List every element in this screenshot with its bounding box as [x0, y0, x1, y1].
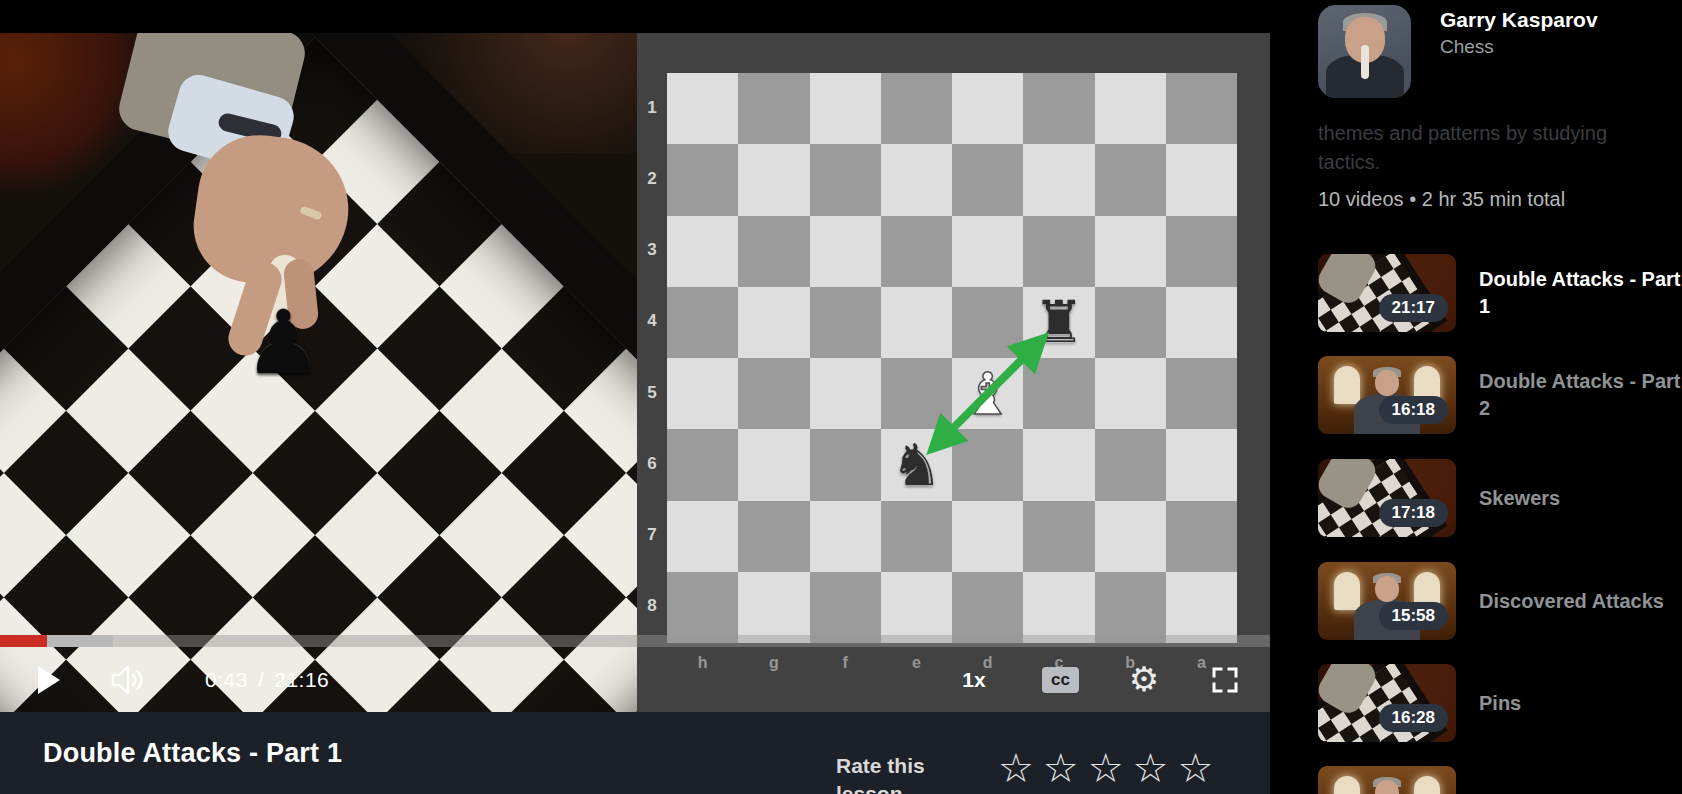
volume-button[interactable]	[106, 647, 150, 712]
video-item-title[interactable]: Discovered Attacks	[1479, 588, 1682, 615]
photo-black-pawn: ♟	[244, 291, 323, 394]
pieces-layer: ♝♜♞	[667, 73, 1237, 643]
video-thumbnail[interactable]: 16:28	[1318, 664, 1456, 742]
chess-diagram-panel: 12345678 hgfedcba ♝♜♞	[637, 33, 1270, 712]
video-thumbnail[interactable]: 16:18	[1318, 356, 1456, 434]
rank-label-7: 7	[637, 525, 667, 545]
rate-this-label: Rate this lesson	[836, 752, 956, 794]
progress-bar[interactable]	[0, 635, 1270, 647]
video-item-title[interactable]: Pins	[1479, 690, 1682, 717]
time-display: 0:43 / 21:16	[205, 647, 329, 712]
video-player[interactable]: ♟ 12345678 hgfedcba ♝♜♞	[0, 0, 1270, 712]
rank-label-1: 1	[637, 98, 667, 118]
video-thumbnail[interactable]: 21:17	[1318, 254, 1456, 332]
duration-badge: 21:17	[1379, 294, 1448, 322]
thumb-figure-face	[1375, 576, 1399, 602]
rating-star-2[interactable]: ☆	[1043, 746, 1079, 790]
video-item-title[interactable]: Skewers	[1479, 485, 1682, 512]
control-bar: 0:43 / 21:16 1x cc ⚙	[0, 647, 1270, 712]
thumb-window	[1414, 776, 1440, 794]
course-description: themes and patterns by studying tactics.	[1318, 119, 1607, 177]
avatar-chess-piece	[1361, 45, 1369, 79]
total-duration: 21:16	[274, 668, 329, 692]
rating-star-4[interactable]: ☆	[1133, 746, 1169, 790]
rank-label-4: 4	[637, 311, 667, 331]
rating-stars[interactable]: ☆☆☆☆☆	[998, 746, 1213, 790]
duration-badge: 16:28	[1379, 704, 1448, 732]
video-studio-photo: ♟	[0, 33, 637, 712]
duration-badge: 15:58	[1379, 602, 1448, 630]
video-thumbnail[interactable]	[1318, 766, 1456, 794]
instructor-name: Garry Kasparov	[1440, 8, 1598, 32]
black-rook-c4[interactable]: ♜	[1023, 287, 1094, 358]
rank-label-2: 2	[637, 169, 667, 189]
white-bishop-d5[interactable]: ♝	[952, 358, 1023, 429]
video-item-title[interactable]: Double Attacks - Part 1	[1479, 266, 1682, 320]
progress-played	[0, 635, 47, 647]
progress-buffered	[47, 635, 113, 647]
video-item-3[interactable]: 17:18Skewers	[1318, 459, 1682, 537]
thumb-window	[1334, 572, 1360, 610]
video-thumbnail[interactable]: 15:58	[1318, 562, 1456, 640]
below-video-strip: Double Attacks - Part 1 Rate this lesson…	[0, 712, 1270, 794]
rank-label-6: 6	[637, 454, 667, 474]
play-button[interactable]	[34, 647, 64, 712]
closed-captions-button[interactable]: cc	[1042, 667, 1079, 693]
rank-label-3: 3	[637, 240, 667, 260]
thumb-figure-face	[1375, 370, 1399, 396]
playback-speed-button[interactable]: 1x	[946, 647, 1002, 712]
video-item-5[interactable]: 16:28Pins	[1318, 664, 1682, 742]
rating-star-1[interactable]: ☆	[998, 746, 1034, 790]
duration-badge: 16:18	[1379, 396, 1448, 424]
video-item-title[interactable]: Double Attacks - Part 2	[1479, 368, 1682, 422]
page: ♟ 12345678 hgfedcba ♝♜♞	[0, 0, 1682, 794]
video-item-1[interactable]: 21:17Double Attacks - Part 1	[1318, 254, 1682, 332]
black-knight-e6[interactable]: ♞	[881, 429, 952, 500]
course-sidebar: Garry Kasparov Chess themes and patterns…	[1270, 0, 1682, 794]
settings-gear-icon[interactable]: ⚙	[1124, 655, 1164, 703]
lesson-title: Double Attacks - Part 1	[43, 738, 342, 769]
rating-star-5[interactable]: ☆	[1177, 746, 1213, 790]
rank-label-8: 8	[637, 596, 667, 616]
duration-badge: 17:18	[1379, 499, 1448, 527]
video-item-6[interactable]: Deflection/Attraction	[1318, 766, 1682, 794]
fullscreen-button[interactable]	[1208, 665, 1242, 695]
current-time: 0:43	[205, 668, 248, 692]
rating-star-3[interactable]: ☆	[1088, 746, 1124, 790]
thumb-window	[1334, 366, 1360, 404]
video-item-2[interactable]: 16:18Double Attacks - Part 2	[1318, 356, 1682, 434]
course-category: Chess	[1440, 36, 1494, 58]
rank-label-5: 5	[637, 383, 667, 403]
instructor-avatar[interactable]	[1318, 5, 1411, 98]
video-thumbnail[interactable]: 17:18	[1318, 459, 1456, 537]
time-separator: /	[258, 668, 264, 692]
course-meta: 10 videos • 2 hr 35 min total	[1318, 188, 1565, 211]
thumb-window	[1334, 776, 1360, 794]
video-item-4[interactable]: 15:58Discovered Attacks	[1318, 562, 1682, 640]
